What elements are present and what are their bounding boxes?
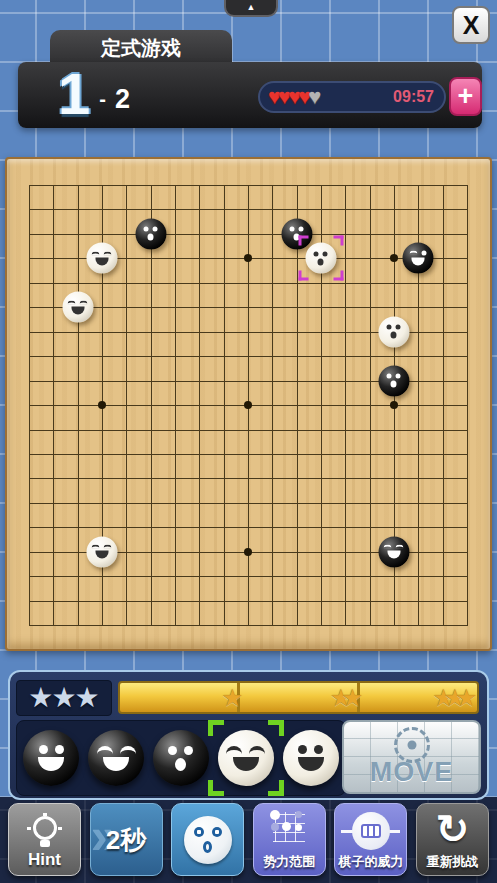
star-point (98, 401, 106, 409)
earned-star-icon: ★ (75, 684, 100, 712)
toolbar-label-power: 棋子的威力 (335, 853, 406, 871)
closed-eye-icon (104, 545, 112, 549)
mouth-icon (95, 257, 108, 265)
closed-eye-icon (226, 746, 242, 754)
level-minor: 2 (115, 84, 130, 115)
face-option-white-laugh[interactable] (218, 730, 274, 786)
toolbar-label-retry: 重新挑战 (417, 853, 488, 871)
earned-star-icon: ★ (28, 684, 53, 712)
refresh-icon: ↻ (417, 806, 488, 852)
mode-title: 定式游戏 (101, 35, 181, 62)
move-button[interactable]: MOVE (342, 720, 481, 794)
open-eye-icon (299, 227, 304, 232)
face-option-white-grin[interactable] (283, 730, 339, 786)
mouth-icon (298, 757, 324, 771)
mouth-icon (103, 757, 129, 771)
mouth-icon (294, 234, 300, 241)
closed-eye-icon (80, 300, 88, 304)
mouth-icon (148, 234, 154, 241)
star-progress-bar: ★★★★★★ (118, 681, 479, 714)
stone-white-N16[interactable] (305, 243, 336, 274)
stone-white-D16[interactable] (86, 243, 117, 274)
face-option-black-surprised[interactable] (153, 730, 209, 786)
earned-stars-box: ★★★ (16, 680, 112, 716)
star-point (390, 254, 398, 262)
board-grid (29, 185, 467, 626)
open-eye-icon (422, 251, 427, 256)
milestone-star-icon: ★ (221, 686, 243, 710)
stone-black-F17[interactable] (135, 218, 166, 249)
mouth-icon (391, 381, 397, 388)
star-point (244, 548, 252, 556)
closed-eye-icon (92, 545, 100, 549)
fist-icon (352, 812, 390, 850)
level-major: 1 (58, 65, 90, 123)
closed-eye-icon (410, 251, 418, 255)
collapse-arrow-icon: ▲ (247, 2, 256, 12)
plus-icon: + (458, 83, 474, 110)
level-separator: - (99, 88, 106, 111)
closed-eye-icon (396, 545, 404, 549)
collapse-tab[interactable]: ▲ (224, 0, 278, 17)
mouth-icon (391, 332, 397, 339)
stone-white-C14[interactable] (62, 292, 93, 323)
toolbar-speed-button[interactable]: »2秒 (90, 803, 163, 876)
closed-eye-icon (249, 746, 265, 754)
level-indicator: 1 - 2 (58, 60, 130, 128)
mouth-icon (95, 551, 108, 559)
mouth-icon (318, 258, 324, 265)
closed-eye-icon (68, 300, 76, 304)
stone-black-M17[interactable] (281, 218, 312, 249)
toolbar-hint-button[interactable]: Hint (8, 803, 81, 876)
surprised-face-icon (184, 816, 232, 864)
stone-white-Q13[interactable] (378, 316, 409, 347)
open-eye-icon (314, 745, 323, 754)
add-life-button[interactable]: + (449, 77, 482, 116)
milestone-star-icon: ★ (455, 686, 477, 710)
progress-segment: ★★ (240, 683, 360, 712)
open-eye-icon (55, 745, 64, 754)
toolbar: Hint »2秒 势力范围 棋子的威力 ↻重新挑战 (0, 803, 497, 876)
toolbar-label-speed: 2秒 (91, 822, 162, 857)
closed-eye-icon (120, 746, 136, 754)
toolbar-power-button[interactable]: 棋子的威力 (334, 803, 407, 876)
open-eye-icon (39, 745, 48, 754)
open-eye-icon (396, 374, 401, 379)
go-board-icon (273, 812, 305, 842)
open-eye-icon (387, 374, 392, 379)
milestone-star-icon: ★ (341, 686, 363, 710)
open-eye-icon (168, 746, 177, 755)
progress-segment: ★ (120, 683, 240, 712)
star-point (244, 254, 252, 262)
toolbar-emoji-button[interactable] (171, 803, 244, 876)
hearts: ♥♥♥♥♥ (268, 86, 318, 108)
face-option-black-grin[interactable] (23, 730, 79, 786)
face-selector (16, 720, 346, 796)
stone-black-R16[interactable] (403, 243, 434, 274)
toolbar-label-hint: Hint (9, 850, 80, 870)
open-eye-icon (153, 227, 158, 232)
mouth-icon (175, 758, 186, 771)
closed-eye-icon (384, 545, 392, 549)
star-point (244, 401, 252, 409)
mouth-icon (71, 306, 84, 314)
heart-empty-icon: ♥ (308, 86, 321, 108)
mouth-icon (412, 258, 425, 266)
mouth-icon (387, 551, 400, 559)
lightbulb-icon (33, 816, 57, 840)
timer-text: 09:57 (393, 88, 434, 106)
stone-white-D4[interactable] (86, 536, 117, 567)
toolbar-influence-button[interactable]: 势力范围 (253, 803, 326, 876)
go-board[interactable] (5, 157, 492, 651)
stone-black-Q4[interactable] (378, 536, 409, 567)
open-eye-icon (314, 251, 319, 256)
status-panel: ★★★ ★★★★★★ MOVE (8, 670, 489, 800)
toolbar-label-influence: 势力范围 (254, 853, 325, 871)
star-point (390, 401, 398, 409)
open-eye-icon (144, 227, 149, 232)
closed-eye-icon (97, 746, 113, 754)
closed-eye-icon (92, 251, 100, 255)
open-eye-icon (396, 325, 401, 330)
closed-eye-icon (104, 251, 112, 255)
close-button[interactable]: X (452, 6, 490, 44)
open-eye-icon (184, 746, 193, 755)
open-eye-icon (290, 227, 295, 232)
app-screen: ▲ X 定式游戏 1 - 2 ♥♥♥♥♥ 09:57 + (0, 0, 497, 883)
open-eye-icon (387, 325, 392, 330)
open-eye-icon (298, 745, 307, 754)
face-option-black-laugh[interactable] (88, 730, 144, 786)
move-label: MOVE (344, 757, 479, 788)
open-eye-icon (323, 251, 328, 256)
lives-bar: ♥♥♥♥♥ 09:57 (258, 81, 446, 113)
stone-black-Q11[interactable] (378, 365, 409, 396)
earned-star-icon: ★ (51, 684, 76, 712)
mouth-icon (233, 757, 259, 771)
progress-segment: ★★★ (360, 683, 477, 712)
mouth-icon (38, 757, 64, 771)
toolbar-retry-button[interactable]: ↻重新挑战 (416, 803, 489, 876)
close-icon: X (463, 11, 480, 40)
